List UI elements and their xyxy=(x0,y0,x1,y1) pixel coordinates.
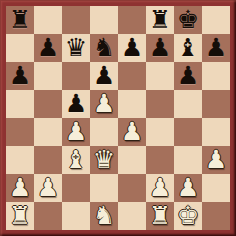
square-a7[interactable] xyxy=(6,34,34,62)
piece-black-queen[interactable]: ♛ xyxy=(65,34,87,62)
square-h8[interactable] xyxy=(202,6,230,34)
piece-white-rook[interactable]: ♜ xyxy=(9,202,31,230)
square-d5[interactable]: ♟ xyxy=(90,90,118,118)
square-f1[interactable]: ♜ xyxy=(146,202,174,230)
square-b3[interactable] xyxy=(34,146,62,174)
square-d7[interactable]: ♞ xyxy=(90,34,118,62)
piece-black-knight[interactable]: ♞ xyxy=(93,34,115,62)
piece-white-rook[interactable]: ♜ xyxy=(149,202,171,230)
square-f8[interactable]: ♜ xyxy=(146,6,174,34)
square-b1[interactable] xyxy=(34,202,62,230)
square-g7[interactable]: ♝ xyxy=(174,34,202,62)
square-h2[interactable] xyxy=(202,174,230,202)
square-e5[interactable] xyxy=(118,90,146,118)
piece-white-king[interactable]: ♚ xyxy=(177,202,199,230)
piece-black-pawn[interactable]: ♟ xyxy=(121,34,143,62)
square-e8[interactable] xyxy=(118,6,146,34)
piece-white-pawn[interactable]: ♟ xyxy=(37,174,59,202)
square-h6[interactable] xyxy=(202,62,230,90)
piece-white-pawn[interactable]: ♟ xyxy=(9,174,31,202)
square-b6[interactable] xyxy=(34,62,62,90)
square-g4[interactable] xyxy=(174,118,202,146)
piece-black-pawn[interactable]: ♟ xyxy=(37,34,59,62)
piece-black-rook[interactable]: ♜ xyxy=(9,6,31,34)
square-e7[interactable]: ♟ xyxy=(118,34,146,62)
square-h1[interactable] xyxy=(202,202,230,230)
square-e2[interactable] xyxy=(118,174,146,202)
board-frame: ♜♜♚♟♛♞♟♟♝♟♟♟♟♟♟♟♟♝♛♟♟♟♟♟♜♞♜♚ xyxy=(0,0,236,236)
piece-black-pawn[interactable]: ♟ xyxy=(65,90,87,118)
square-f7[interactable]: ♟ xyxy=(146,34,174,62)
square-g6[interactable]: ♟ xyxy=(174,62,202,90)
square-a1[interactable]: ♜ xyxy=(6,202,34,230)
piece-black-pawn[interactable]: ♟ xyxy=(93,62,115,90)
piece-black-rook[interactable]: ♜ xyxy=(149,6,171,34)
piece-black-king[interactable]: ♚ xyxy=(177,6,199,34)
piece-white-pawn[interactable]: ♟ xyxy=(93,90,115,118)
square-b2[interactable]: ♟ xyxy=(34,174,62,202)
piece-black-pawn[interactable]: ♟ xyxy=(177,62,199,90)
square-h3[interactable]: ♟ xyxy=(202,146,230,174)
piece-black-pawn[interactable]: ♟ xyxy=(9,62,31,90)
piece-white-queen[interactable]: ♛ xyxy=(93,146,115,174)
square-a5[interactable] xyxy=(6,90,34,118)
piece-white-pawn[interactable]: ♟ xyxy=(121,118,143,146)
piece-black-pawn[interactable]: ♟ xyxy=(149,34,171,62)
square-d4[interactable] xyxy=(90,118,118,146)
piece-white-pawn[interactable]: ♟ xyxy=(149,174,171,202)
chess-board: ♜♜♚♟♛♞♟♟♝♟♟♟♟♟♟♟♟♝♛♟♟♟♟♟♜♞♜♚ xyxy=(6,6,230,230)
square-f4[interactable] xyxy=(146,118,174,146)
square-a2[interactable]: ♟ xyxy=(6,174,34,202)
square-c6[interactable] xyxy=(62,62,90,90)
square-g8[interactable]: ♚ xyxy=(174,6,202,34)
piece-black-pawn[interactable]: ♟ xyxy=(205,34,227,62)
square-g5[interactable] xyxy=(174,90,202,118)
square-e3[interactable] xyxy=(118,146,146,174)
square-a3[interactable] xyxy=(6,146,34,174)
square-f3[interactable] xyxy=(146,146,174,174)
square-g3[interactable] xyxy=(174,146,202,174)
square-c5[interactable]: ♟ xyxy=(62,90,90,118)
square-h5[interactable] xyxy=(202,90,230,118)
square-c4[interactable]: ♟ xyxy=(62,118,90,146)
square-d1[interactable]: ♞ xyxy=(90,202,118,230)
piece-white-pawn[interactable]: ♟ xyxy=(205,146,227,174)
piece-white-knight[interactable]: ♞ xyxy=(93,202,115,230)
square-e1[interactable] xyxy=(118,202,146,230)
piece-white-pawn[interactable]: ♟ xyxy=(65,118,87,146)
piece-black-bishop[interactable]: ♝ xyxy=(177,34,199,62)
square-h7[interactable]: ♟ xyxy=(202,34,230,62)
square-a8[interactable]: ♜ xyxy=(6,6,34,34)
square-g1[interactable]: ♚ xyxy=(174,202,202,230)
square-d3[interactable]: ♛ xyxy=(90,146,118,174)
square-a4[interactable] xyxy=(6,118,34,146)
square-d8[interactable] xyxy=(90,6,118,34)
square-b8[interactable] xyxy=(34,6,62,34)
square-b4[interactable] xyxy=(34,118,62,146)
square-b7[interactable]: ♟ xyxy=(34,34,62,62)
square-g2[interactable]: ♟ xyxy=(174,174,202,202)
square-d2[interactable] xyxy=(90,174,118,202)
square-c2[interactable] xyxy=(62,174,90,202)
square-a6[interactable]: ♟ xyxy=(6,62,34,90)
square-c8[interactable] xyxy=(62,6,90,34)
square-f6[interactable] xyxy=(146,62,174,90)
square-c3[interactable]: ♝ xyxy=(62,146,90,174)
piece-white-pawn[interactable]: ♟ xyxy=(177,174,199,202)
square-f5[interactable] xyxy=(146,90,174,118)
square-c7[interactable]: ♛ xyxy=(62,34,90,62)
square-e4[interactable]: ♟ xyxy=(118,118,146,146)
piece-white-bishop[interactable]: ♝ xyxy=(65,146,87,174)
square-d6[interactable]: ♟ xyxy=(90,62,118,90)
square-c1[interactable] xyxy=(62,202,90,230)
square-f2[interactable]: ♟ xyxy=(146,174,174,202)
square-h4[interactable] xyxy=(202,118,230,146)
square-b5[interactable] xyxy=(34,90,62,118)
square-e6[interactable] xyxy=(118,62,146,90)
